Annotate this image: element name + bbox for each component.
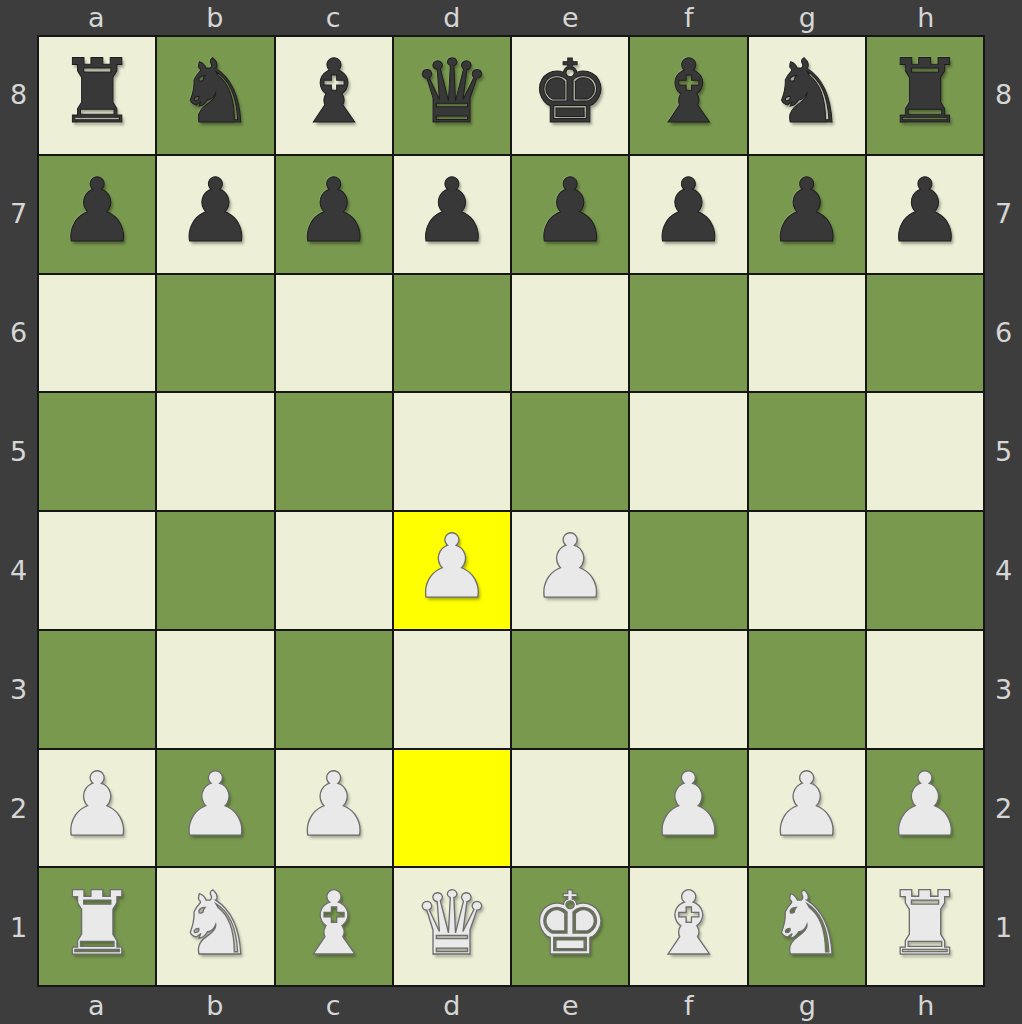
- square-h5[interactable]: [867, 393, 983, 510]
- square-b2[interactable]: ♟: [157, 750, 273, 867]
- square-a2[interactable]: ♟: [39, 750, 155, 867]
- piece-black-king[interactable]: ♚: [531, 48, 610, 136]
- rank-label-8: 8: [0, 35, 37, 154]
- file-label-f: f: [630, 0, 749, 35]
- square-b5[interactable]: [157, 393, 273, 510]
- piece-white-pawn[interactable]: ♟: [58, 761, 137, 849]
- piece-black-rook[interactable]: ♜: [58, 48, 137, 136]
- square-f4[interactable]: [630, 512, 746, 629]
- square-c6[interactable]: [276, 275, 392, 392]
- file-label-h: h: [867, 987, 986, 1024]
- square-h4[interactable]: [867, 512, 983, 629]
- file-label-a: a: [37, 987, 156, 1024]
- square-a8[interactable]: ♜: [39, 37, 155, 154]
- square-f2[interactable]: ♟: [630, 750, 746, 867]
- square-f3[interactable]: [630, 631, 746, 748]
- piece-black-pawn[interactable]: ♟: [649, 167, 728, 255]
- square-g5[interactable]: [749, 393, 865, 510]
- rank-label-2: 2: [0, 749, 37, 868]
- file-label-g: g: [748, 987, 867, 1024]
- file-labels-top: abcdefgh: [37, 0, 985, 35]
- piece-black-bishop[interactable]: ♝: [294, 48, 373, 136]
- square-b1[interactable]: ♞: [157, 868, 273, 985]
- piece-white-queen[interactable]: ♛: [412, 880, 491, 968]
- file-labels-bottom: abcdefgh: [37, 987, 985, 1024]
- rank-labels-left: 87654321: [0, 35, 37, 987]
- piece-black-pawn[interactable]: ♟: [767, 167, 846, 255]
- piece-white-knight[interactable]: ♞: [176, 880, 255, 968]
- square-g8[interactable]: ♞: [749, 37, 865, 154]
- file-label-b: b: [156, 987, 275, 1024]
- piece-white-pawn[interactable]: ♟: [885, 761, 964, 849]
- square-b3[interactable]: [157, 631, 273, 748]
- rank-labels-right: 87654321: [985, 35, 1022, 987]
- square-g3[interactable]: [749, 631, 865, 748]
- board-frame: abcdefgh 87654321 ♜♞♝♛♚♝♞♜♟♟♟♟♟♟♟♟♟♟♟♟♟♟…: [0, 0, 1022, 1024]
- piece-white-pawn[interactable]: ♟: [412, 523, 491, 611]
- square-h2[interactable]: ♟: [867, 750, 983, 867]
- piece-white-knight[interactable]: ♞: [767, 880, 846, 968]
- square-a6[interactable]: [39, 275, 155, 392]
- square-h8[interactable]: ♜: [867, 37, 983, 154]
- file-label-h: h: [867, 0, 986, 35]
- piece-black-pawn[interactable]: ♟: [885, 167, 964, 255]
- square-d5[interactable]: [394, 393, 510, 510]
- square-e8[interactable]: ♚: [512, 37, 628, 154]
- square-g2[interactable]: ♟: [749, 750, 865, 867]
- square-e7[interactable]: ♟: [512, 156, 628, 273]
- piece-black-pawn[interactable]: ♟: [531, 167, 610, 255]
- piece-white-bishop[interactable]: ♝: [294, 880, 373, 968]
- square-e3[interactable]: [512, 631, 628, 748]
- rank-label-6: 6: [0, 273, 37, 392]
- square-b6[interactable]: [157, 275, 273, 392]
- file-label-g: g: [748, 0, 867, 35]
- rank-label-5: 5: [985, 392, 1022, 511]
- rank-label-8: 8: [985, 35, 1022, 154]
- square-c3[interactable]: [276, 631, 392, 748]
- rank-label-3: 3: [0, 630, 37, 749]
- chess-board: ♜♞♝♛♚♝♞♜♟♟♟♟♟♟♟♟♟♟♟♟♟♟♟♟♜♞♝♛♚♝♞♜: [37, 35, 985, 987]
- rank-label-2: 2: [985, 749, 1022, 868]
- square-g1[interactable]: ♞: [749, 868, 865, 985]
- rank-label-1: 1: [985, 868, 1022, 987]
- square-e6[interactable]: [512, 275, 628, 392]
- square-a7[interactable]: ♟: [39, 156, 155, 273]
- square-a1[interactable]: ♜: [39, 868, 155, 985]
- rank-label-3: 3: [985, 630, 1022, 749]
- piece-black-knight[interactable]: ♞: [767, 48, 846, 136]
- piece-white-pawn[interactable]: ♟: [176, 761, 255, 849]
- file-label-c: c: [274, 987, 393, 1024]
- file-label-b: b: [156, 0, 275, 35]
- file-label-e: e: [511, 987, 630, 1024]
- piece-black-queen[interactable]: ♛: [412, 48, 491, 136]
- piece-black-knight[interactable]: ♞: [176, 48, 255, 136]
- piece-white-pawn[interactable]: ♟: [531, 523, 610, 611]
- square-b7[interactable]: ♟: [157, 156, 273, 273]
- square-f5[interactable]: [630, 393, 746, 510]
- square-b4[interactable]: [157, 512, 273, 629]
- square-e1[interactable]: ♚: [512, 868, 628, 985]
- rank-label-7: 7: [985, 154, 1022, 273]
- square-d1[interactable]: ♛: [394, 868, 510, 985]
- piece-black-pawn[interactable]: ♟: [58, 167, 137, 255]
- file-label-a: a: [37, 0, 156, 35]
- square-g4[interactable]: [749, 512, 865, 629]
- square-a4[interactable]: [39, 512, 155, 629]
- square-h1[interactable]: ♜: [867, 868, 983, 985]
- piece-white-pawn[interactable]: ♟: [767, 761, 846, 849]
- square-f6[interactable]: [630, 275, 746, 392]
- square-g7[interactable]: ♟: [749, 156, 865, 273]
- square-b8[interactable]: ♞: [157, 37, 273, 154]
- file-label-d: d: [393, 987, 512, 1024]
- square-a3[interactable]: [39, 631, 155, 748]
- square-d2[interactable]: [394, 750, 510, 867]
- square-c7[interactable]: ♟: [276, 156, 392, 273]
- square-f7[interactable]: ♟: [630, 156, 746, 273]
- piece-white-king[interactable]: ♚: [531, 880, 610, 968]
- square-e5[interactable]: [512, 393, 628, 510]
- square-d6[interactable]: [394, 275, 510, 392]
- rank-label-6: 6: [985, 273, 1022, 392]
- rank-label-1: 1: [0, 868, 37, 987]
- square-g6[interactable]: [749, 275, 865, 392]
- piece-black-pawn[interactable]: ♟: [412, 167, 491, 255]
- file-label-c: c: [274, 0, 393, 35]
- piece-black-bishop[interactable]: ♝: [649, 48, 728, 136]
- piece-black-pawn[interactable]: ♟: [294, 167, 373, 255]
- rank-label-5: 5: [0, 392, 37, 511]
- square-f1[interactable]: ♝: [630, 868, 746, 985]
- square-c4[interactable]: [276, 512, 392, 629]
- piece-white-pawn[interactable]: ♟: [294, 761, 373, 849]
- square-e2[interactable]: [512, 750, 628, 867]
- square-d3[interactable]: [394, 631, 510, 748]
- square-d4[interactable]: ♟: [394, 512, 510, 629]
- square-c8[interactable]: ♝: [276, 37, 392, 154]
- square-d8[interactable]: ♛: [394, 37, 510, 154]
- square-h3[interactable]: [867, 631, 983, 748]
- square-c5[interactable]: [276, 393, 392, 510]
- square-a5[interactable]: [39, 393, 155, 510]
- square-d7[interactable]: ♟: [394, 156, 510, 273]
- file-label-d: d: [393, 0, 512, 35]
- square-c1[interactable]: ♝: [276, 868, 392, 985]
- rank-label-4: 4: [0, 511, 37, 630]
- square-f8[interactable]: ♝: [630, 37, 746, 154]
- rank-label-7: 7: [0, 154, 37, 273]
- piece-white-rook[interactable]: ♜: [885, 880, 964, 968]
- file-label-e: e: [511, 0, 630, 35]
- piece-white-pawn[interactable]: ♟: [649, 761, 728, 849]
- rank-label-4: 4: [985, 511, 1022, 630]
- square-c2[interactable]: ♟: [276, 750, 392, 867]
- square-h6[interactable]: [867, 275, 983, 392]
- square-h7[interactable]: ♟: [867, 156, 983, 273]
- piece-white-rook[interactable]: ♜: [58, 880, 137, 968]
- piece-white-bishop[interactable]: ♝: [649, 880, 728, 968]
- piece-black-rook[interactable]: ♜: [885, 48, 964, 136]
- square-e4[interactable]: ♟: [512, 512, 628, 629]
- piece-black-pawn[interactable]: ♟: [176, 167, 255, 255]
- file-label-f: f: [630, 987, 749, 1024]
